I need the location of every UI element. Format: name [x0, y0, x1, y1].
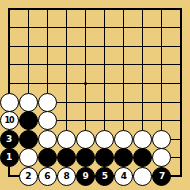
white-stone[interactable]	[114, 130, 133, 149]
move-number-label: 6	[44, 171, 50, 180]
white-stone[interactable]	[57, 130, 76, 149]
board-horizontal-line	[8, 83, 182, 84]
black-stone[interactable]	[19, 111, 38, 130]
white-stone[interactable]	[19, 148, 38, 167]
black-stone[interactable]	[133, 148, 152, 167]
black-stone[interactable]	[95, 148, 114, 167]
white-stone[interactable]	[38, 93, 57, 112]
black-stone[interactable]	[57, 148, 76, 167]
white-stone[interactable]	[152, 148, 171, 167]
go-diagram: 10312689547	[0, 0, 190, 190]
move-number-label: 4	[121, 171, 127, 180]
white-stone[interactable]: 2	[19, 167, 38, 186]
white-stone[interactable]: 4	[114, 167, 133, 186]
go-board[interactable]: 10312689547	[0, 0, 190, 190]
white-stone[interactable]	[95, 130, 114, 149]
white-stone[interactable]: 8	[57, 167, 76, 186]
black-stone[interactable]	[38, 148, 57, 167]
black-stone[interactable]: 1	[0, 148, 19, 167]
white-stone[interactable]	[76, 130, 95, 149]
black-stone[interactable]: 7	[152, 167, 171, 186]
board-horizontal-line	[8, 8, 182, 10]
move-number-label: 1	[6, 153, 12, 162]
move-number-label: 7	[159, 171, 165, 180]
black-stone[interactable]: 5	[95, 167, 114, 186]
white-stone[interactable]	[0, 93, 19, 112]
move-number-label: 10	[4, 116, 13, 124]
white-stone[interactable]	[38, 111, 57, 130]
board-horizontal-line	[8, 27, 182, 28]
white-stone[interactable]: 6	[38, 167, 57, 186]
black-stone[interactable]: 9	[76, 167, 95, 186]
black-stone[interactable]	[19, 130, 38, 149]
black-stone[interactable]	[76, 148, 95, 167]
white-stone[interactable]	[38, 130, 57, 149]
move-number-label: 5	[102, 171, 108, 180]
black-stone[interactable]: 3	[0, 130, 19, 149]
black-stone[interactable]	[114, 148, 133, 167]
board-horizontal-line	[8, 46, 182, 47]
board-vertical-line	[180, 8, 182, 177]
move-number-label: 3	[6, 134, 12, 143]
move-number-label: 8	[63, 171, 69, 180]
white-stone[interactable]	[133, 167, 152, 186]
white-stone[interactable]	[152, 130, 171, 149]
move-number-label: 2	[25, 171, 31, 180]
board-horizontal-line	[8, 64, 182, 65]
white-stone[interactable]: 10	[0, 111, 19, 130]
white-stone[interactable]	[133, 130, 152, 149]
move-number-label: 9	[83, 171, 89, 180]
white-stone[interactable]	[19, 93, 38, 112]
star-point	[84, 82, 87, 85]
